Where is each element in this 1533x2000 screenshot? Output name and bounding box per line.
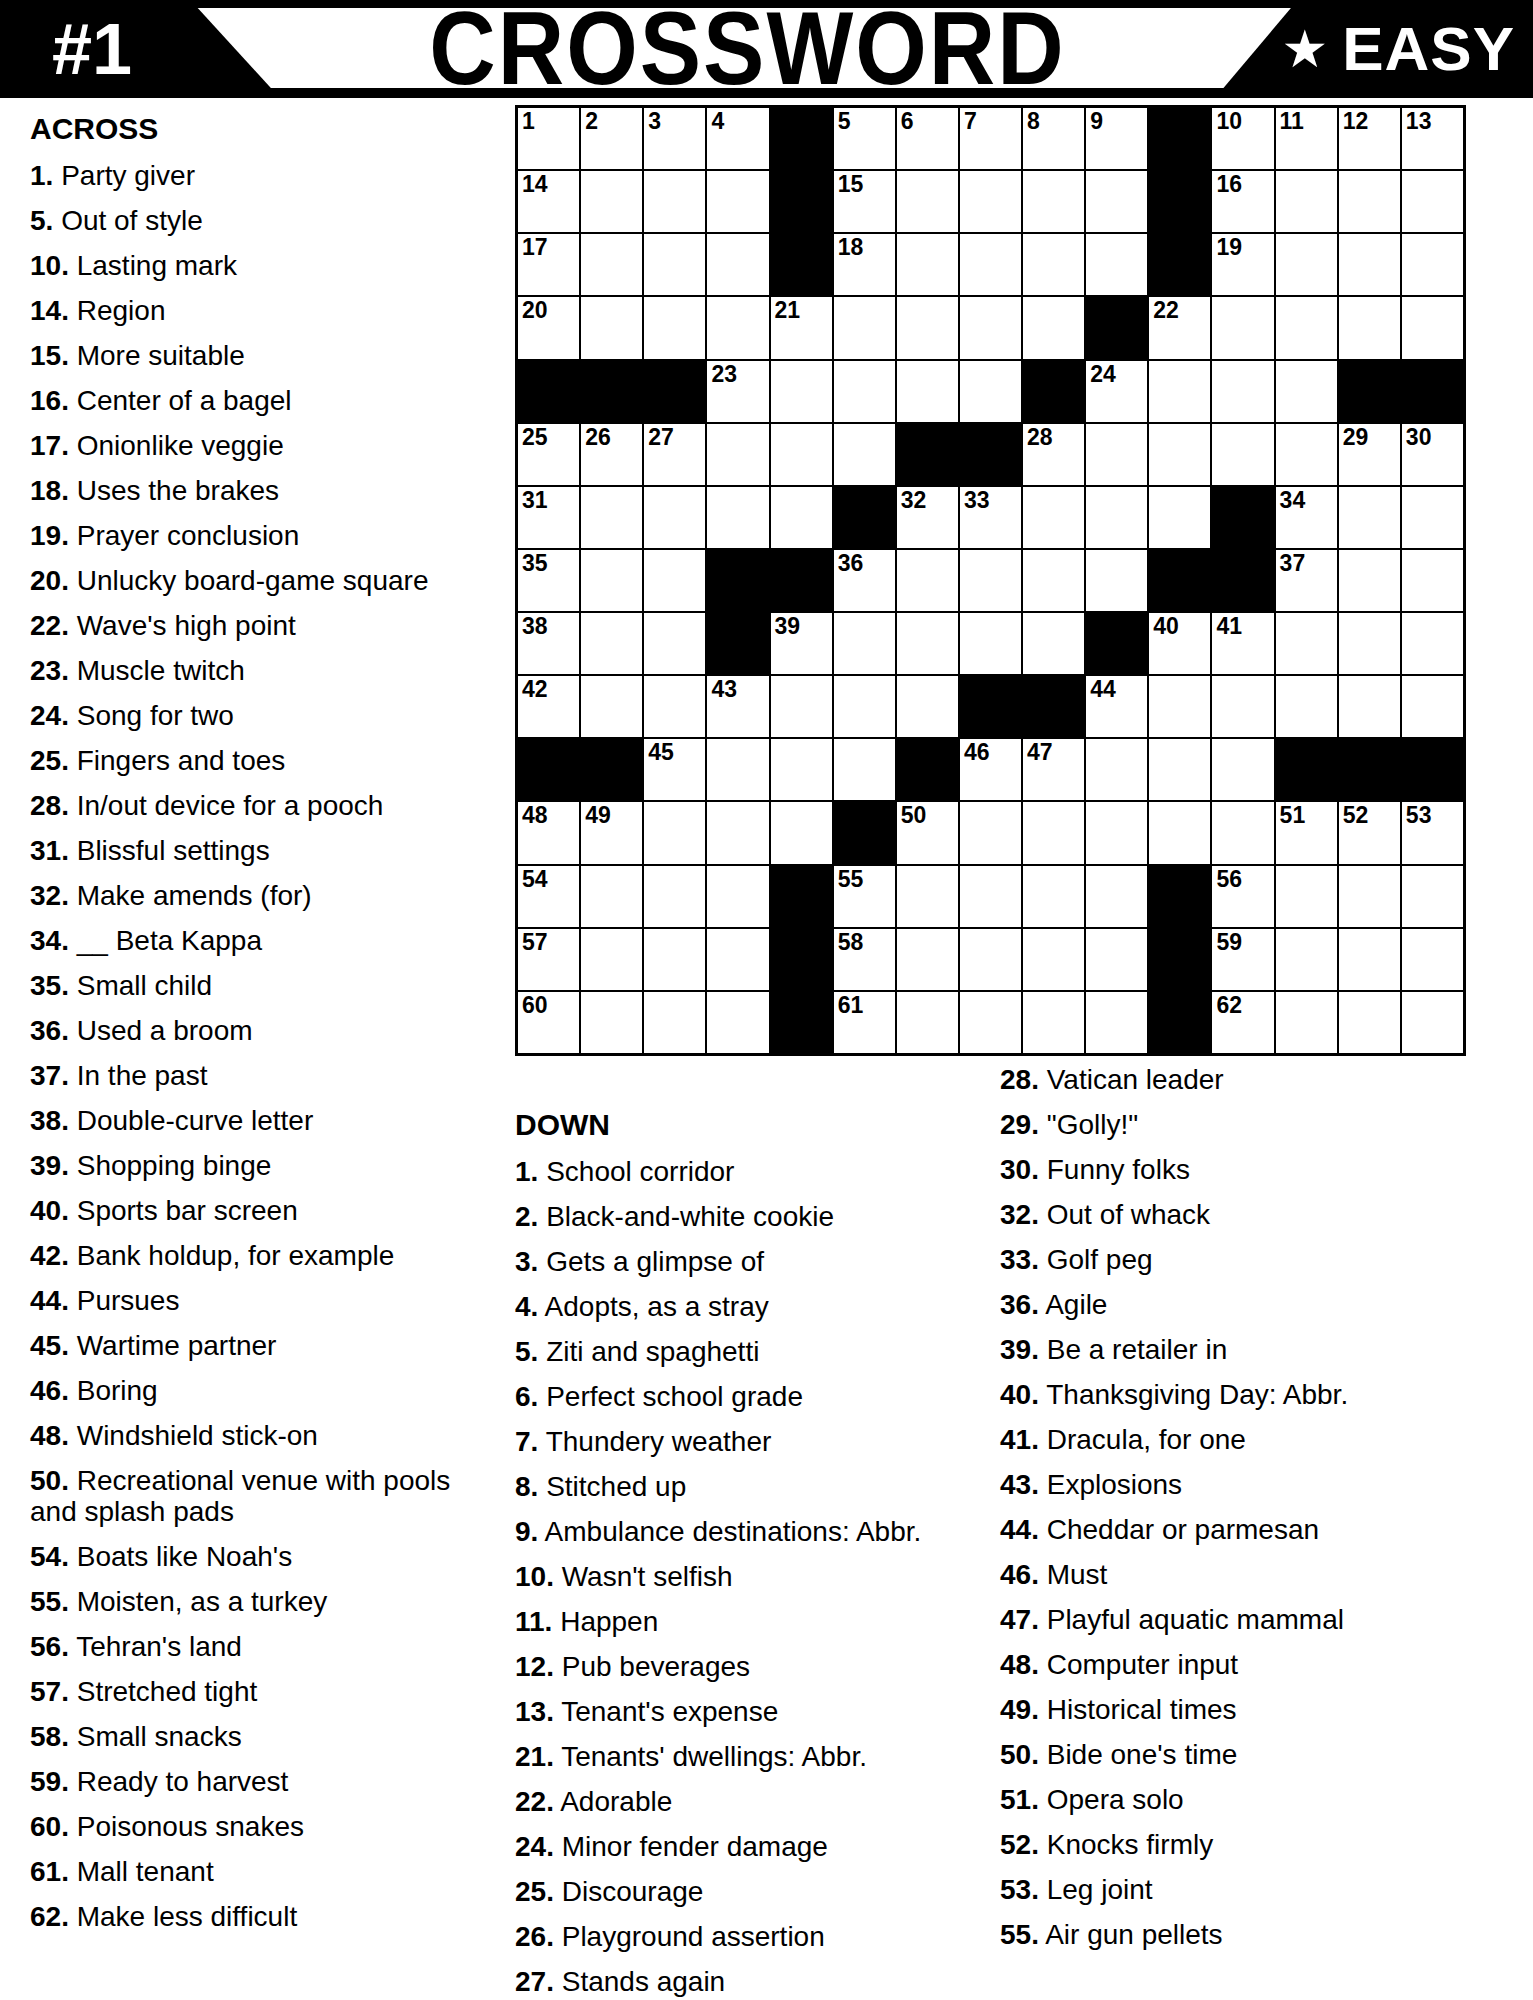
cell-number: 17 xyxy=(522,236,548,259)
grid-cell[interactable] xyxy=(1023,613,1084,674)
grid-cell[interactable]: 27 xyxy=(644,424,705,485)
grid-cell[interactable] xyxy=(1276,992,1337,1053)
grid-cell[interactable] xyxy=(644,297,705,358)
grid-cell[interactable] xyxy=(771,676,832,737)
down-clue: 13. Tenant's expense xyxy=(515,1696,987,1727)
grid-cell[interactable] xyxy=(1402,676,1463,737)
grid-cell[interactable] xyxy=(960,866,1021,927)
grid-cell[interactable] xyxy=(897,361,958,422)
down-clue: 21. Tenants' dwellings: Abbr. xyxy=(515,1741,987,1772)
cell-number: 18 xyxy=(838,236,864,259)
grid-cell[interactable]: 18 xyxy=(834,234,895,295)
grid-cell[interactable]: 43 xyxy=(707,676,768,737)
grid-cell[interactable]: 56 xyxy=(1212,866,1273,927)
grid-cell[interactable]: 10 xyxy=(1212,108,1273,169)
cell-number: 11 xyxy=(1280,110,1304,133)
grid-cell[interactable] xyxy=(1149,424,1210,485)
down-clue: 1. School corridor xyxy=(515,1156,987,1187)
grid-cell[interactable] xyxy=(1402,234,1463,295)
grid-cell[interactable] xyxy=(581,992,642,1053)
grid-cell[interactable] xyxy=(1086,992,1147,1053)
grid-cell[interactable] xyxy=(707,234,768,295)
grid-cell[interactable] xyxy=(897,613,958,674)
black-cell xyxy=(897,424,958,485)
cell-number: 25 xyxy=(522,426,548,449)
grid-cell[interactable] xyxy=(771,424,832,485)
grid-cell[interactable] xyxy=(1339,297,1400,358)
grid-cell[interactable]: 30 xyxy=(1402,424,1463,485)
black-cell xyxy=(1402,739,1463,800)
grid-cell[interactable]: 44 xyxy=(1086,676,1147,737)
grid-cell[interactable] xyxy=(1339,234,1400,295)
grid-cell[interactable]: 3 xyxy=(644,108,705,169)
grid-cell[interactable] xyxy=(834,739,895,800)
grid-cell[interactable] xyxy=(581,234,642,295)
across-clue: 14. Region xyxy=(30,295,502,326)
cell-number: 34 xyxy=(1280,489,1306,512)
black-cell xyxy=(581,361,642,422)
cell-number: 33 xyxy=(964,489,990,512)
grid-cell[interactable] xyxy=(644,676,705,737)
cell-number: 29 xyxy=(1343,426,1369,449)
grid-cell[interactable]: 21 xyxy=(771,297,832,358)
grid-cell[interactable]: 20 xyxy=(518,297,579,358)
grid-cell[interactable] xyxy=(960,550,1021,611)
grid-cell[interactable] xyxy=(1086,487,1147,548)
across-clue: 58. Small snacks xyxy=(30,1721,502,1752)
cell-number: 28 xyxy=(1027,426,1053,449)
grid-cell[interactable] xyxy=(1149,487,1210,548)
grid-cell[interactable]: 45 xyxy=(644,739,705,800)
grid-cell[interactable] xyxy=(1212,424,1273,485)
across-clue: 44. Pursues xyxy=(30,1285,502,1316)
grid-cell[interactable] xyxy=(581,676,642,737)
grid-cell[interactable]: 8 xyxy=(1023,108,1084,169)
across-clue: 57. Stretched tight xyxy=(30,1676,502,1707)
grid-cell[interactable] xyxy=(1339,550,1400,611)
grid-cell[interactable] xyxy=(1276,361,1337,422)
grid-cell[interactable]: 61 xyxy=(834,992,895,1053)
down-clue: 25. Discourage xyxy=(515,1876,987,1907)
down-clues-section: DOWN 1. School corridor2. Black-and-whit… xyxy=(515,1108,987,2000)
cell-number: 15 xyxy=(838,173,864,196)
grid-cell[interactable]: 9 xyxy=(1086,108,1147,169)
grid-cell[interactable]: 19 xyxy=(1212,234,1273,295)
grid-cell[interactable] xyxy=(581,297,642,358)
grid-cell[interactable] xyxy=(771,361,832,422)
grid-cell[interactable] xyxy=(1023,487,1084,548)
down-clue: 47. Playful aquatic mammal xyxy=(1000,1604,1524,1635)
grid-cell[interactable] xyxy=(1276,676,1337,737)
grid-cell[interactable]: 42 xyxy=(518,676,579,737)
grid-cell[interactable] xyxy=(1402,297,1463,358)
black-cell xyxy=(771,929,832,990)
down-clue: 5. Ziti and spaghetti xyxy=(515,1336,987,1367)
grid-cell[interactable]: 53 xyxy=(1402,802,1463,863)
across-clue: 50. Recreational venue with pools and sp… xyxy=(30,1465,502,1527)
grid-cell[interactable] xyxy=(834,676,895,737)
cell-number: 3 xyxy=(648,110,661,133)
cell-number: 9 xyxy=(1090,110,1103,133)
across-clue: 23. Muscle twitch xyxy=(30,655,502,686)
grid-cell[interactable] xyxy=(1023,992,1084,1053)
grid-cell[interactable] xyxy=(1086,424,1147,485)
grid-cell[interactable]: 1 xyxy=(518,108,579,169)
across-clue: 40. Sports bar screen xyxy=(30,1195,502,1226)
across-clue: 42. Bank holdup, for example xyxy=(30,1240,502,1271)
grid-cell[interactable] xyxy=(1276,613,1337,674)
grid-cell[interactable]: 41 xyxy=(1212,613,1273,674)
grid-cell[interactable]: 7 xyxy=(960,108,1021,169)
across-clue: 19. Prayer conclusion xyxy=(30,520,502,551)
grid-cell[interactable] xyxy=(707,297,768,358)
grid-cell[interactable] xyxy=(960,171,1021,232)
grid-cell[interactable]: 57 xyxy=(518,929,579,990)
across-clue: 18. Uses the brakes xyxy=(30,475,502,506)
grid-cell[interactable] xyxy=(1086,171,1147,232)
across-clue: 46. Boring xyxy=(30,1375,502,1406)
down-clue: 46. Must xyxy=(1000,1559,1524,1590)
cell-number: 35 xyxy=(522,552,548,575)
grid-cell[interactable] xyxy=(1276,171,1337,232)
down-clue: 24. Minor fender damage xyxy=(515,1831,987,1862)
grid-cell[interactable]: 55 xyxy=(834,866,895,927)
grid-cell[interactable] xyxy=(1086,802,1147,863)
grid-cell[interactable] xyxy=(1212,361,1273,422)
cell-number: 44 xyxy=(1090,678,1116,701)
black-cell xyxy=(518,739,579,800)
grid-cell[interactable] xyxy=(1149,676,1210,737)
cell-number: 61 xyxy=(838,994,864,1017)
across-clue: 62. Make less difficult xyxy=(30,1901,502,1932)
cell-number: 2 xyxy=(585,110,598,133)
grid-cell[interactable]: 22 xyxy=(1149,297,1210,358)
down-clue: 12. Pub beverages xyxy=(515,1651,987,1682)
grid-cell[interactable] xyxy=(960,802,1021,863)
grid-cell[interactable] xyxy=(1339,676,1400,737)
grid-cell[interactable] xyxy=(1276,929,1337,990)
across-clue: 55. Moisten, as a turkey xyxy=(30,1586,502,1617)
grid-cell[interactable]: 23 xyxy=(707,361,768,422)
grid-cell[interactable]: 6 xyxy=(897,108,958,169)
grid-cell[interactable] xyxy=(834,297,895,358)
header-bottom-rule xyxy=(0,88,1533,98)
black-cell xyxy=(1149,550,1210,611)
grid-cell[interactable]: 40 xyxy=(1149,613,1210,674)
cell-number: 53 xyxy=(1406,804,1432,827)
cell-number: 30 xyxy=(1406,426,1432,449)
grid-cell[interactable] xyxy=(1086,234,1147,295)
grid-cell[interactable]: 49 xyxy=(581,802,642,863)
grid-cell[interactable]: 60 xyxy=(518,992,579,1053)
grid-cell[interactable] xyxy=(644,992,705,1053)
across-clue: 37. In the past xyxy=(30,1060,502,1091)
grid-cell[interactable]: 13 xyxy=(1402,108,1463,169)
grid-cell[interactable] xyxy=(1402,992,1463,1053)
down-clue: 53. Leg joint xyxy=(1000,1874,1524,1905)
down-clue: 4. Adopts, as a stray xyxy=(515,1291,987,1322)
black-cell xyxy=(1086,297,1147,358)
across-clue: 60. Poisonous snakes xyxy=(30,1811,502,1842)
across-clue: 36. Used a broom xyxy=(30,1015,502,1046)
cell-number: 60 xyxy=(522,994,548,1017)
grid-cell[interactable] xyxy=(1339,171,1400,232)
grid-cell[interactable] xyxy=(960,297,1021,358)
grid-cell[interactable] xyxy=(1086,739,1147,800)
grid-cell[interactable]: 39 xyxy=(771,613,832,674)
grid-cell[interactable] xyxy=(897,929,958,990)
cell-number: 23 xyxy=(711,363,737,386)
grid-cell[interactable] xyxy=(960,234,1021,295)
grid-cell[interactable]: 47 xyxy=(1023,739,1084,800)
grid-cell[interactable]: 32 xyxy=(897,487,958,548)
difficulty-badge: ★ EASY xyxy=(1215,0,1533,98)
grid-cell[interactable] xyxy=(581,613,642,674)
grid-cell[interactable]: 48 xyxy=(518,802,579,863)
across-clue: 59. Ready to harvest xyxy=(30,1766,502,1797)
grid-cell[interactable] xyxy=(707,866,768,927)
down-header: DOWN xyxy=(515,1108,987,1142)
grid-cell[interactable] xyxy=(1149,739,1210,800)
grid-cell[interactable] xyxy=(960,361,1021,422)
grid-cell[interactable] xyxy=(1023,929,1084,990)
across-clue: 17. Onionlike veggie xyxy=(30,430,502,461)
grid-cell[interactable] xyxy=(1339,992,1400,1053)
grid-cell[interactable] xyxy=(771,487,832,548)
grid-cell[interactable] xyxy=(1402,171,1463,232)
cell-number: 5 xyxy=(838,110,851,133)
cell-number: 32 xyxy=(901,489,927,512)
across-clue: 16. Center of a bagel xyxy=(30,385,502,416)
cell-number: 47 xyxy=(1027,741,1053,764)
grid-cell[interactable] xyxy=(1339,487,1400,548)
down-clue: 27. Stands again xyxy=(515,1966,987,1997)
grid-cell[interactable] xyxy=(581,487,642,548)
grid-cell[interactable]: 31 xyxy=(518,487,579,548)
cell-number: 24 xyxy=(1090,363,1116,386)
grid-cell[interactable] xyxy=(1276,424,1337,485)
grid-cell[interactable] xyxy=(960,613,1021,674)
black-cell xyxy=(1212,487,1273,548)
down-clue: 32. Out of whack xyxy=(1000,1199,1524,1230)
grid-cell[interactable]: 38 xyxy=(518,613,579,674)
black-cell xyxy=(771,550,832,611)
grid-cell[interactable]: 50 xyxy=(897,802,958,863)
grid-cell[interactable] xyxy=(1149,802,1210,863)
down-clue: 33. Golf peg xyxy=(1000,1244,1524,1275)
cell-number: 26 xyxy=(585,426,611,449)
black-cell xyxy=(1339,361,1400,422)
down-clue: 9. Ambulance destinations: Abbr. xyxy=(515,1516,987,1547)
grid-cell[interactable]: 29 xyxy=(1339,424,1400,485)
grid-cell[interactable] xyxy=(1212,297,1273,358)
grid-cell[interactable] xyxy=(581,550,642,611)
grid-cell[interactable] xyxy=(1023,802,1084,863)
grid-cell[interactable] xyxy=(1339,866,1400,927)
grid-cell[interactable]: 46 xyxy=(960,739,1021,800)
grid-cell[interactable]: 16 xyxy=(1212,171,1273,232)
grid-cell[interactable] xyxy=(1023,297,1084,358)
grid-cell[interactable]: 2 xyxy=(581,108,642,169)
grid-cell[interactable] xyxy=(771,802,832,863)
grid-cell[interactable] xyxy=(834,613,895,674)
grid-cell[interactable] xyxy=(1402,866,1463,927)
grid-cell[interactable]: 54 xyxy=(518,866,579,927)
grid-cell[interactable] xyxy=(707,487,768,548)
black-cell xyxy=(1402,361,1463,422)
cell-number: 10 xyxy=(1216,110,1242,133)
page-title: CROSSWORD xyxy=(429,0,1065,100)
issue-number: #1 xyxy=(52,13,132,85)
cell-number: 1 xyxy=(522,110,535,133)
grid-cell[interactable] xyxy=(1276,297,1337,358)
grid-cell[interactable] xyxy=(1023,866,1084,927)
grid-cell[interactable] xyxy=(707,992,768,1053)
cell-number: 31 xyxy=(522,489,548,512)
across-clue: 28. In/out device for a pooch xyxy=(30,790,502,821)
cell-number: 49 xyxy=(585,804,611,827)
grid-cell[interactable]: 4 xyxy=(707,108,768,169)
page-title-wrap: CROSSWORD xyxy=(280,8,1215,88)
grid-cell[interactable] xyxy=(1402,613,1463,674)
grid-cell[interactable]: 15 xyxy=(834,171,895,232)
grid-cell[interactable] xyxy=(1402,929,1463,990)
cell-number: 59 xyxy=(1216,931,1242,954)
grid-cell[interactable] xyxy=(897,297,958,358)
grid-cell[interactable]: 51 xyxy=(1276,802,1337,863)
grid-cell[interactable] xyxy=(581,866,642,927)
down-clue: 26. Playground assertion xyxy=(515,1921,987,1952)
grid-cell[interactable]: 5 xyxy=(834,108,895,169)
down-clue: 52. Knocks firmly xyxy=(1000,1829,1524,1860)
grid-cell[interactable] xyxy=(644,866,705,927)
grid-cell[interactable]: 36 xyxy=(834,550,895,611)
grid-cell[interactable] xyxy=(834,361,895,422)
down-clue: 30. Funny folks xyxy=(1000,1154,1524,1185)
grid-cell[interactable] xyxy=(1149,361,1210,422)
grid-cell[interactable] xyxy=(1339,929,1400,990)
grid-cell[interactable] xyxy=(897,234,958,295)
grid-cell[interactable] xyxy=(707,171,768,232)
grid-cell[interactable] xyxy=(644,487,705,548)
grid-cell[interactable] xyxy=(897,676,958,737)
grid-cell[interactable] xyxy=(1086,550,1147,611)
grid-cell[interactable]: 62 xyxy=(1212,992,1273,1053)
black-cell xyxy=(1149,171,1210,232)
down-clue: 51. Opera solo xyxy=(1000,1784,1524,1815)
black-cell xyxy=(1276,739,1337,800)
grid-cell[interactable]: 28 xyxy=(1023,424,1084,485)
cell-number: 12 xyxy=(1343,110,1369,133)
cell-number: 41 xyxy=(1216,615,1242,638)
grid-cell[interactable] xyxy=(897,171,958,232)
grid-cell[interactable] xyxy=(707,424,768,485)
grid-cell[interactable] xyxy=(644,613,705,674)
grid-cell[interactable] xyxy=(1086,866,1147,927)
cell-number: 51 xyxy=(1280,804,1306,827)
cell-number: 46 xyxy=(964,741,990,764)
cell-number: 56 xyxy=(1216,868,1242,891)
grid-cell[interactable] xyxy=(1402,550,1463,611)
grid-cell[interactable]: 52 xyxy=(1339,802,1400,863)
grid-cell[interactable]: 17 xyxy=(518,234,579,295)
grid-cell[interactable] xyxy=(1086,929,1147,990)
cell-number: 62 xyxy=(1216,994,1242,1017)
grid-cell[interactable] xyxy=(1276,234,1337,295)
grid-cell[interactable] xyxy=(897,866,958,927)
grid-cell[interactable] xyxy=(1023,550,1084,611)
grid-cell[interactable] xyxy=(1212,802,1273,863)
grid-cell[interactable] xyxy=(644,929,705,990)
across-clue: 61. Mall tenant xyxy=(30,1856,502,1887)
grid-cell[interactable] xyxy=(834,424,895,485)
grid-cell[interactable]: 25 xyxy=(518,424,579,485)
grid-cell[interactable]: 59 xyxy=(1212,929,1273,990)
grid-cell[interactable] xyxy=(707,739,768,800)
cell-number: 19 xyxy=(1216,236,1242,259)
across-clue: 5. Out of style xyxy=(30,205,502,236)
grid-cell[interactable]: 58 xyxy=(834,929,895,990)
grid-cell[interactable] xyxy=(960,992,1021,1053)
grid-cell[interactable] xyxy=(771,739,832,800)
down-clue: 48. Computer input xyxy=(1000,1649,1524,1680)
grid-cell[interactable] xyxy=(1023,234,1084,295)
grid-cell[interactable] xyxy=(707,929,768,990)
grid-cell[interactable]: 34 xyxy=(1276,487,1337,548)
black-cell xyxy=(1149,234,1210,295)
grid-cell[interactable] xyxy=(1339,613,1400,674)
grid-cell[interactable] xyxy=(644,550,705,611)
down-clue: 11. Happen xyxy=(515,1606,987,1637)
grid-cell[interactable] xyxy=(897,550,958,611)
cell-number: 39 xyxy=(775,615,801,638)
cell-number: 54 xyxy=(522,868,548,891)
across-clue: 22. Wave's high point xyxy=(30,610,502,641)
grid-cell[interactable] xyxy=(1402,487,1463,548)
black-cell xyxy=(771,234,832,295)
grid-cell[interactable] xyxy=(1212,676,1273,737)
grid-cell[interactable] xyxy=(644,171,705,232)
down-clue: 36. Agile xyxy=(1000,1289,1524,1320)
black-cell xyxy=(644,361,705,422)
across-clues-section: ACROSS 1. Party giver5. Out of style10. … xyxy=(30,112,502,1946)
grid-cell[interactable] xyxy=(897,992,958,1053)
grid-cell[interactable] xyxy=(581,929,642,990)
grid-cell[interactable]: 33 xyxy=(960,487,1021,548)
grid-cell[interactable] xyxy=(707,802,768,863)
down-clue-list: 1. School corridor2. Black-and-white coo… xyxy=(515,1156,987,1997)
cell-number: 50 xyxy=(901,804,927,827)
grid-cell[interactable] xyxy=(1023,171,1084,232)
black-cell xyxy=(518,361,579,422)
grid-cell[interactable] xyxy=(644,234,705,295)
grid-cell[interactable] xyxy=(1212,739,1273,800)
grid-cell[interactable] xyxy=(960,929,1021,990)
grid-cell[interactable]: 35 xyxy=(518,550,579,611)
grid-cell[interactable]: 26 xyxy=(581,424,642,485)
grid-cell[interactable]: 37 xyxy=(1276,550,1337,611)
grid-cell[interactable] xyxy=(581,171,642,232)
cell-number: 27 xyxy=(648,426,674,449)
grid-cell[interactable]: 11 xyxy=(1276,108,1337,169)
grid-cell[interactable]: 24 xyxy=(1086,361,1147,422)
grid-cell[interactable] xyxy=(644,802,705,863)
grid-cell[interactable]: 12 xyxy=(1339,108,1400,169)
grid-cell[interactable]: 14 xyxy=(518,171,579,232)
cell-number: 57 xyxy=(522,931,548,954)
grid-cell[interactable] xyxy=(1276,866,1337,927)
cell-number: 38 xyxy=(522,615,548,638)
